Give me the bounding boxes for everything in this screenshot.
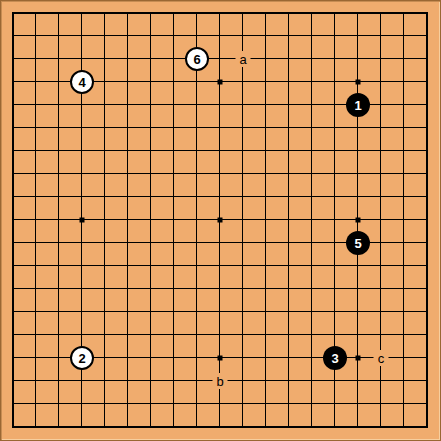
grid-cell [13, 128, 36, 151]
grid-cell [289, 105, 312, 128]
grid-cell [404, 381, 427, 404]
grid-cell [151, 381, 174, 404]
grid-cell [335, 404, 358, 427]
grid-cell [358, 128, 381, 151]
grid-cell [381, 59, 404, 82]
grid-cell [105, 404, 128, 427]
grid-cell [243, 243, 266, 266]
grid-cell [174, 82, 197, 105]
grid-cell [59, 105, 82, 128]
grid-cell [381, 312, 404, 335]
grid-cell [36, 243, 59, 266]
grid-cell [243, 404, 266, 427]
grid-cell [404, 335, 427, 358]
grid-cell [312, 174, 335, 197]
grid-cell [381, 174, 404, 197]
grid-cell [243, 151, 266, 174]
grid-cell [59, 13, 82, 36]
grid-cell [220, 266, 243, 289]
grid-cell [13, 358, 36, 381]
grid-cell [358, 36, 381, 59]
grid-cell [312, 36, 335, 59]
grid-cell [243, 128, 266, 151]
grid-cell [151, 312, 174, 335]
grid-cell [358, 381, 381, 404]
grid-cell [36, 381, 59, 404]
grid-cell [197, 151, 220, 174]
grid-cell [289, 36, 312, 59]
grid-cell [289, 13, 312, 36]
grid-cell [82, 197, 105, 220]
grid-cell [151, 289, 174, 312]
grid-cell [266, 266, 289, 289]
grid-cell [404, 197, 427, 220]
grid-cell [174, 151, 197, 174]
grid-cell [358, 197, 381, 220]
stone-white-move-6: 6 [185, 47, 209, 71]
grid-cell [381, 243, 404, 266]
grid-cell [128, 404, 151, 427]
grid-cell [381, 105, 404, 128]
grid-cell [358, 404, 381, 427]
grid-cell [220, 289, 243, 312]
grid-cell [243, 174, 266, 197]
grid-cell [404, 312, 427, 335]
grid-cell [151, 105, 174, 128]
grid-cell [128, 82, 151, 105]
grid-cell [128, 220, 151, 243]
grid-cell [59, 220, 82, 243]
grid-cell [36, 128, 59, 151]
grid-cell [82, 266, 105, 289]
grid-cell [59, 404, 82, 427]
grid-cell [82, 289, 105, 312]
grid-cell [105, 151, 128, 174]
grid-cell [105, 36, 128, 59]
grid-cell [335, 312, 358, 335]
grid-cell [36, 358, 59, 381]
point-label-c: c [374, 350, 389, 366]
grid-cell [335, 289, 358, 312]
grid-cell [266, 174, 289, 197]
grid-cell [381, 404, 404, 427]
grid-cell [266, 36, 289, 59]
grid-cell [82, 312, 105, 335]
grid-cell [128, 13, 151, 36]
grid-cell [312, 151, 335, 174]
grid-cell [404, 128, 427, 151]
grid-cell [220, 312, 243, 335]
grid-cell [82, 105, 105, 128]
grid-cell [220, 243, 243, 266]
grid-cell [36, 312, 59, 335]
grid-cell [335, 13, 358, 36]
grid-cell [59, 36, 82, 59]
grid-cell [404, 404, 427, 427]
grid-cell [289, 404, 312, 427]
grid-cell [13, 197, 36, 220]
grid-cell [197, 82, 220, 105]
grid-cell [312, 197, 335, 220]
grid-cell [82, 174, 105, 197]
grid-cell [220, 82, 243, 105]
grid-cell [289, 312, 312, 335]
grid-cell [151, 404, 174, 427]
grid-cell [174, 243, 197, 266]
grid-cell [312, 243, 335, 266]
grid-cell [105, 381, 128, 404]
grid-cell [312, 381, 335, 404]
grid-cell [312, 266, 335, 289]
star-point [356, 80, 361, 85]
grid-cell [289, 381, 312, 404]
grid-cell [36, 404, 59, 427]
grid-cell [289, 59, 312, 82]
grid-cell [197, 174, 220, 197]
grid-cell [312, 128, 335, 151]
grid-cell [312, 289, 335, 312]
grid-cell [82, 128, 105, 151]
grid-cell [312, 105, 335, 128]
grid-cell [105, 13, 128, 36]
grid-cell [174, 289, 197, 312]
stone-white-move-2: 2 [70, 346, 94, 370]
grid-cell [266, 243, 289, 266]
grid-cell [266, 128, 289, 151]
grid-cell [289, 243, 312, 266]
grid-cell [59, 151, 82, 174]
grid-cell [128, 335, 151, 358]
grid-cell [174, 404, 197, 427]
grid-cell [358, 151, 381, 174]
grid-cell [36, 151, 59, 174]
grid-cell [404, 82, 427, 105]
grid-cell [128, 128, 151, 151]
grid-cell [151, 151, 174, 174]
grid-cell [151, 36, 174, 59]
grid-cell [174, 312, 197, 335]
grid-cell [381, 82, 404, 105]
grid-cell [312, 82, 335, 105]
grid-cell [220, 151, 243, 174]
grid-cell [36, 266, 59, 289]
grid-cell [13, 335, 36, 358]
grid-cell [312, 312, 335, 335]
grid-cell [105, 105, 128, 128]
grid-cell [128, 358, 151, 381]
grid-cell [220, 404, 243, 427]
grid-cell [174, 266, 197, 289]
grid-cell [105, 335, 128, 358]
star-point [218, 356, 223, 361]
grid-cell [105, 174, 128, 197]
grid-cell [36, 82, 59, 105]
grid-cell [36, 174, 59, 197]
grid-cell [36, 13, 59, 36]
grid-cell [151, 335, 174, 358]
grid-cell [197, 128, 220, 151]
grid-cell [243, 13, 266, 36]
grid-cell [36, 220, 59, 243]
grid-cell [59, 381, 82, 404]
grid-cell [128, 36, 151, 59]
grid-cell [335, 174, 358, 197]
grid-cell [151, 197, 174, 220]
grid-cell [358, 13, 381, 36]
grid-cell [197, 289, 220, 312]
grid-cell [404, 105, 427, 128]
grid-cell [243, 358, 266, 381]
stone-black-move-1: 1 [346, 93, 370, 117]
grid-cell [312, 220, 335, 243]
grid-cell [381, 266, 404, 289]
grid-cell [289, 151, 312, 174]
grid-cell [82, 381, 105, 404]
stone-black-move-5: 5 [346, 231, 370, 255]
grid-cell [174, 174, 197, 197]
grid-cell [358, 59, 381, 82]
grid-cell [174, 381, 197, 404]
grid-cell [381, 197, 404, 220]
point-label-a: a [236, 51, 251, 67]
grid-cell [358, 174, 381, 197]
grid-cell [197, 105, 220, 128]
star-point [218, 80, 223, 85]
grid-cell [128, 105, 151, 128]
grid-cell [174, 105, 197, 128]
go-board: abc123456 [0, 0, 441, 441]
grid-cell [105, 128, 128, 151]
grid-cell [335, 381, 358, 404]
grid-cell [174, 128, 197, 151]
grid-cell [220, 13, 243, 36]
grid-cell [13, 381, 36, 404]
grid-cell [197, 13, 220, 36]
grid-cell [13, 174, 36, 197]
star-point [356, 356, 361, 361]
grid-cell [266, 151, 289, 174]
grid-cell [312, 59, 335, 82]
grid-cell [82, 243, 105, 266]
grid-cell [243, 289, 266, 312]
star-point [218, 218, 223, 223]
grid-cell [404, 13, 427, 36]
grid-cell [335, 266, 358, 289]
grid-cell [105, 358, 128, 381]
grid-cell [289, 197, 312, 220]
grid-cell [13, 151, 36, 174]
grid-cell [381, 13, 404, 36]
grid-cell [105, 59, 128, 82]
grid-cell [128, 243, 151, 266]
grid-cell [220, 128, 243, 151]
grid-cell [381, 289, 404, 312]
grid-cell [289, 266, 312, 289]
grid-cell [128, 197, 151, 220]
grid-cell [59, 128, 82, 151]
grid-cell [335, 36, 358, 59]
grid-cell [128, 381, 151, 404]
grid-cell [381, 128, 404, 151]
grid-cell [105, 220, 128, 243]
grid-cell [266, 335, 289, 358]
grid-cell [105, 197, 128, 220]
grid-cell [243, 266, 266, 289]
grid-cell [381, 220, 404, 243]
grid-cell [381, 36, 404, 59]
grid-cell [82, 220, 105, 243]
grid-cell [174, 13, 197, 36]
grid-cell [174, 220, 197, 243]
grid-cell [243, 82, 266, 105]
grid-cell [381, 381, 404, 404]
grid-cell [151, 358, 174, 381]
grid-cell [404, 289, 427, 312]
stone-white-move-4: 4 [70, 70, 94, 94]
grid-cell [13, 312, 36, 335]
grid-cell [59, 289, 82, 312]
grid-cell [128, 266, 151, 289]
grid-cell [105, 243, 128, 266]
grid-cell [220, 105, 243, 128]
grid-cell [335, 151, 358, 174]
grid-cell [266, 358, 289, 381]
grid-cell [59, 312, 82, 335]
grid-cell [151, 174, 174, 197]
grid-cell [82, 13, 105, 36]
grid-cell [220, 174, 243, 197]
point-label-b: b [213, 373, 228, 389]
grid-cell [266, 404, 289, 427]
grid-cell [151, 243, 174, 266]
grid-cell [197, 404, 220, 427]
grid-cell [105, 312, 128, 335]
grid-cell [13, 13, 36, 36]
grid-cell [151, 128, 174, 151]
grid-cell [266, 59, 289, 82]
grid-cell [312, 404, 335, 427]
grid-cell [266, 13, 289, 36]
grid-cell [105, 82, 128, 105]
grid-cell [13, 36, 36, 59]
grid-cell [36, 289, 59, 312]
grid-cell [13, 82, 36, 105]
grid-cell [59, 243, 82, 266]
star-point [80, 218, 85, 223]
grid-cell [197, 312, 220, 335]
grid-cell [105, 266, 128, 289]
grid-cell [197, 243, 220, 266]
grid-cell [266, 289, 289, 312]
grid-cell [289, 289, 312, 312]
grid-cell [13, 266, 36, 289]
grid-cell [289, 358, 312, 381]
grid-cell [13, 59, 36, 82]
grid-cell [174, 358, 197, 381]
grid-cell [289, 220, 312, 243]
grid-cell [289, 174, 312, 197]
grid-cell [404, 36, 427, 59]
grid-cell [266, 220, 289, 243]
grid-cell [36, 105, 59, 128]
grid-cell [82, 404, 105, 427]
grid-cell [13, 243, 36, 266]
grid-cell [151, 220, 174, 243]
grid-cell [197, 266, 220, 289]
grid-cell [174, 197, 197, 220]
grid-cell [151, 266, 174, 289]
grid-cell [404, 266, 427, 289]
grid-cell [174, 335, 197, 358]
grid-cell [404, 220, 427, 243]
grid-cell [289, 335, 312, 358]
grid-cell [266, 312, 289, 335]
grid-cell [289, 128, 312, 151]
grid-cell [335, 128, 358, 151]
grid-cell [404, 151, 427, 174]
grid-cell [128, 289, 151, 312]
grid-cell [404, 59, 427, 82]
stone-black-move-3: 3 [323, 346, 347, 370]
grid-cell [128, 59, 151, 82]
grid-cell [36, 335, 59, 358]
star-point [356, 218, 361, 223]
grid-cell [220, 197, 243, 220]
grid-cell [220, 220, 243, 243]
grid-cell [59, 174, 82, 197]
grid-cell [243, 220, 266, 243]
grid-cell [243, 381, 266, 404]
grid-cell [151, 82, 174, 105]
grid-cell [82, 36, 105, 59]
grid-cell [243, 312, 266, 335]
grid-cell [289, 82, 312, 105]
grid-cell [243, 335, 266, 358]
grid-cell [36, 36, 59, 59]
grid-cell [404, 358, 427, 381]
grid-cell [82, 151, 105, 174]
grid-cell [266, 381, 289, 404]
grid-cell [381, 151, 404, 174]
grid-cell [358, 289, 381, 312]
grid-cell [13, 105, 36, 128]
grid-cell [266, 82, 289, 105]
grid-cell [36, 197, 59, 220]
grid-cell [13, 220, 36, 243]
grid-cell [266, 105, 289, 128]
grid-cell [128, 174, 151, 197]
grid-cell [312, 13, 335, 36]
grid-cell [36, 59, 59, 82]
grid-cell [243, 197, 266, 220]
grid-cell [404, 243, 427, 266]
grid-cell [151, 59, 174, 82]
grid-cell [220, 335, 243, 358]
grid-cell [243, 105, 266, 128]
grid-cell [404, 174, 427, 197]
grid-cell [266, 197, 289, 220]
grid-cell [358, 266, 381, 289]
grid-cell [128, 312, 151, 335]
grid-cell [197, 220, 220, 243]
grid-cell [13, 289, 36, 312]
grid-cell [128, 151, 151, 174]
grid-cell [358, 312, 381, 335]
grid-cell [59, 266, 82, 289]
grid-cell [105, 289, 128, 312]
grid-cell [151, 13, 174, 36]
grid-cell [13, 404, 36, 427]
